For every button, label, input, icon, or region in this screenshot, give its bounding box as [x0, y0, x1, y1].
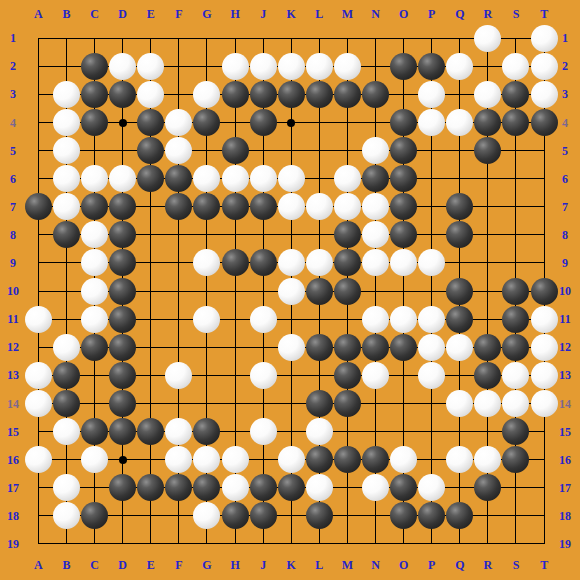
intersection-H3[interactable] [221, 80, 249, 108]
intersection-N14[interactable] [361, 389, 389, 417]
intersection-A6[interactable] [24, 165, 52, 193]
intersection-E12[interactable] [137, 333, 165, 361]
intersection-N4[interactable] [361, 108, 389, 136]
intersection-P11[interactable] [418, 305, 446, 333]
intersection-R11[interactable] [474, 305, 502, 333]
intersection-D15[interactable] [109, 418, 137, 446]
intersection-P8[interactable] [418, 221, 446, 249]
intersection-J18[interactable] [249, 502, 277, 530]
intersection-A15[interactable] [24, 418, 52, 446]
intersection-C8[interactable] [80, 221, 108, 249]
intersection-M12[interactable] [333, 333, 361, 361]
intersection-G13[interactable] [193, 361, 221, 389]
intersection-O13[interactable] [390, 361, 418, 389]
intersection-J8[interactable] [249, 221, 277, 249]
intersection-D14[interactable] [109, 389, 137, 417]
intersection-A17[interactable] [24, 474, 52, 502]
intersection-H14[interactable] [221, 389, 249, 417]
intersection-L17[interactable] [305, 474, 333, 502]
intersection-K6[interactable] [277, 165, 305, 193]
intersection-J17[interactable] [249, 474, 277, 502]
intersection-L3[interactable] [305, 80, 333, 108]
intersection-S17[interactable] [502, 474, 530, 502]
intersection-H7[interactable] [221, 193, 249, 221]
intersection-C16[interactable] [80, 446, 108, 474]
intersection-K5[interactable] [277, 137, 305, 165]
intersection-E4[interactable] [137, 108, 165, 136]
intersection-R4[interactable] [474, 108, 502, 136]
intersection-R10[interactable] [474, 277, 502, 305]
intersection-D3[interactable] [109, 80, 137, 108]
intersection-T2[interactable] [530, 52, 558, 80]
intersection-Q18[interactable] [446, 502, 474, 530]
intersection-G18[interactable] [193, 502, 221, 530]
intersection-N18[interactable] [361, 502, 389, 530]
intersection-M11[interactable] [333, 305, 361, 333]
intersection-O16[interactable] [390, 446, 418, 474]
intersection-O11[interactable] [390, 305, 418, 333]
intersection-D16[interactable] [109, 446, 137, 474]
intersection-G19[interactable] [193, 530, 221, 558]
intersection-J10[interactable] [249, 277, 277, 305]
intersection-Q15[interactable] [446, 418, 474, 446]
intersection-O17[interactable] [390, 474, 418, 502]
intersection-S10[interactable] [502, 277, 530, 305]
intersection-Q6[interactable] [446, 165, 474, 193]
intersection-K1[interactable] [277, 24, 305, 52]
intersection-A4[interactable] [24, 108, 52, 136]
intersection-D7[interactable] [109, 193, 137, 221]
intersection-B19[interactable] [52, 530, 80, 558]
intersection-B7[interactable] [52, 193, 80, 221]
intersection-F9[interactable] [165, 249, 193, 277]
intersection-E13[interactable] [137, 361, 165, 389]
intersection-M2[interactable] [333, 52, 361, 80]
intersection-M18[interactable] [333, 502, 361, 530]
intersection-A1[interactable] [24, 24, 52, 52]
intersection-K15[interactable] [277, 418, 305, 446]
intersection-E6[interactable] [137, 165, 165, 193]
intersection-E17[interactable] [137, 474, 165, 502]
intersection-L15[interactable] [305, 418, 333, 446]
intersection-N1[interactable] [361, 24, 389, 52]
intersection-R8[interactable] [474, 221, 502, 249]
intersection-H15[interactable] [221, 418, 249, 446]
intersection-O7[interactable] [390, 193, 418, 221]
intersection-O15[interactable] [390, 418, 418, 446]
intersection-G12[interactable] [193, 333, 221, 361]
intersection-E1[interactable] [137, 24, 165, 52]
intersection-B18[interactable] [52, 502, 80, 530]
intersection-A8[interactable] [24, 221, 52, 249]
intersection-A14[interactable] [24, 389, 52, 417]
intersection-F19[interactable] [165, 530, 193, 558]
intersection-L5[interactable] [305, 137, 333, 165]
intersection-S13[interactable] [502, 361, 530, 389]
intersection-L2[interactable] [305, 52, 333, 80]
intersection-R16[interactable] [474, 446, 502, 474]
intersection-G10[interactable] [193, 277, 221, 305]
intersection-H11[interactable] [221, 305, 249, 333]
intersection-P18[interactable] [418, 502, 446, 530]
intersection-C12[interactable] [80, 333, 108, 361]
intersection-S3[interactable] [502, 80, 530, 108]
intersection-T12[interactable] [530, 333, 558, 361]
intersection-N9[interactable] [361, 249, 389, 277]
intersection-S18[interactable] [502, 502, 530, 530]
intersection-P14[interactable] [418, 389, 446, 417]
intersection-R13[interactable] [474, 361, 502, 389]
intersection-C3[interactable] [80, 80, 108, 108]
intersection-E8[interactable] [137, 221, 165, 249]
intersection-Q11[interactable] [446, 305, 474, 333]
intersection-Q5[interactable] [446, 137, 474, 165]
go-board[interactable] [24, 24, 558, 558]
intersection-P5[interactable] [418, 137, 446, 165]
intersection-R2[interactable] [474, 52, 502, 80]
intersection-J14[interactable] [249, 389, 277, 417]
intersection-G6[interactable] [193, 165, 221, 193]
intersection-R17[interactable] [474, 474, 502, 502]
intersection-H17[interactable] [221, 474, 249, 502]
intersection-R19[interactable] [474, 530, 502, 558]
intersection-S8[interactable] [502, 221, 530, 249]
intersection-L19[interactable] [305, 530, 333, 558]
intersection-D10[interactable] [109, 277, 137, 305]
intersection-R15[interactable] [474, 418, 502, 446]
intersection-O12[interactable] [390, 333, 418, 361]
intersection-H4[interactable] [221, 108, 249, 136]
intersection-A11[interactable] [24, 305, 52, 333]
intersection-J3[interactable] [249, 80, 277, 108]
intersection-S1[interactable] [502, 24, 530, 52]
intersection-B1[interactable] [52, 24, 80, 52]
intersection-A3[interactable] [24, 80, 52, 108]
intersection-O10[interactable] [390, 277, 418, 305]
intersection-Q19[interactable] [446, 530, 474, 558]
intersection-G1[interactable] [193, 24, 221, 52]
intersection-F6[interactable] [165, 165, 193, 193]
intersection-D9[interactable] [109, 249, 137, 277]
intersection-L10[interactable] [305, 277, 333, 305]
intersection-J13[interactable] [249, 361, 277, 389]
intersection-T10[interactable] [530, 277, 558, 305]
intersection-B17[interactable] [52, 474, 80, 502]
intersection-H9[interactable] [221, 249, 249, 277]
intersection-J1[interactable] [249, 24, 277, 52]
intersection-G8[interactable] [193, 221, 221, 249]
intersection-R7[interactable] [474, 193, 502, 221]
intersection-K9[interactable] [277, 249, 305, 277]
intersection-D19[interactable] [109, 530, 137, 558]
intersection-P12[interactable] [418, 333, 446, 361]
intersection-K11[interactable] [277, 305, 305, 333]
intersection-F16[interactable] [165, 446, 193, 474]
intersection-L12[interactable] [305, 333, 333, 361]
intersection-K8[interactable] [277, 221, 305, 249]
intersection-L1[interactable] [305, 24, 333, 52]
intersection-M19[interactable] [333, 530, 361, 558]
intersection-E7[interactable] [137, 193, 165, 221]
intersection-N2[interactable] [361, 52, 389, 80]
intersection-Q13[interactable] [446, 361, 474, 389]
intersection-L11[interactable] [305, 305, 333, 333]
intersection-P9[interactable] [418, 249, 446, 277]
intersection-R9[interactable] [474, 249, 502, 277]
intersection-L18[interactable] [305, 502, 333, 530]
intersection-C6[interactable] [80, 165, 108, 193]
intersection-F12[interactable] [165, 333, 193, 361]
intersection-Q2[interactable] [446, 52, 474, 80]
intersection-F11[interactable] [165, 305, 193, 333]
intersection-K2[interactable] [277, 52, 305, 80]
intersection-E15[interactable] [137, 418, 165, 446]
intersection-H2[interactable] [221, 52, 249, 80]
intersection-D4[interactable] [109, 108, 137, 136]
intersection-B6[interactable] [52, 165, 80, 193]
intersection-D6[interactable] [109, 165, 137, 193]
intersection-C19[interactable] [80, 530, 108, 558]
intersection-E10[interactable] [137, 277, 165, 305]
intersection-P7[interactable] [418, 193, 446, 221]
intersection-D12[interactable] [109, 333, 137, 361]
intersection-S19[interactable] [502, 530, 530, 558]
intersection-A2[interactable] [24, 52, 52, 80]
intersection-E19[interactable] [137, 530, 165, 558]
intersection-E2[interactable] [137, 52, 165, 80]
intersection-S7[interactable] [502, 193, 530, 221]
intersection-C2[interactable] [80, 52, 108, 80]
intersection-G14[interactable] [193, 389, 221, 417]
intersection-A10[interactable] [24, 277, 52, 305]
intersection-S11[interactable] [502, 305, 530, 333]
intersection-N5[interactable] [361, 137, 389, 165]
intersection-E14[interactable] [137, 389, 165, 417]
intersection-F5[interactable] [165, 137, 193, 165]
intersection-N11[interactable] [361, 305, 389, 333]
intersection-S14[interactable] [502, 389, 530, 417]
intersection-P3[interactable] [418, 80, 446, 108]
intersection-K10[interactable] [277, 277, 305, 305]
intersection-Q9[interactable] [446, 249, 474, 277]
intersection-M9[interactable] [333, 249, 361, 277]
intersection-S9[interactable] [502, 249, 530, 277]
intersection-G4[interactable] [193, 108, 221, 136]
intersection-M5[interactable] [333, 137, 361, 165]
intersection-O18[interactable] [390, 502, 418, 530]
intersection-J7[interactable] [249, 193, 277, 221]
intersection-O3[interactable] [390, 80, 418, 108]
intersection-P6[interactable] [418, 165, 446, 193]
intersection-G7[interactable] [193, 193, 221, 221]
intersection-N16[interactable] [361, 446, 389, 474]
intersection-E3[interactable] [137, 80, 165, 108]
intersection-L9[interactable] [305, 249, 333, 277]
intersection-F14[interactable] [165, 389, 193, 417]
intersection-K16[interactable] [277, 446, 305, 474]
intersection-G3[interactable] [193, 80, 221, 108]
intersection-D11[interactable] [109, 305, 137, 333]
intersection-L14[interactable] [305, 389, 333, 417]
intersection-A5[interactable] [24, 137, 52, 165]
intersection-J4[interactable] [249, 108, 277, 136]
intersection-Q16[interactable] [446, 446, 474, 474]
intersection-C11[interactable] [80, 305, 108, 333]
intersection-D13[interactable] [109, 361, 137, 389]
intersection-T11[interactable] [530, 305, 558, 333]
intersection-L13[interactable] [305, 361, 333, 389]
intersection-K14[interactable] [277, 389, 305, 417]
intersection-B5[interactable] [52, 137, 80, 165]
intersection-F1[interactable] [165, 24, 193, 52]
intersection-C4[interactable] [80, 108, 108, 136]
intersection-A12[interactable] [24, 333, 52, 361]
intersection-C9[interactable] [80, 249, 108, 277]
intersection-S5[interactable] [502, 137, 530, 165]
intersection-M3[interactable] [333, 80, 361, 108]
intersection-K17[interactable] [277, 474, 305, 502]
intersection-M1[interactable] [333, 24, 361, 52]
intersection-C1[interactable] [80, 24, 108, 52]
intersection-B3[interactable] [52, 80, 80, 108]
intersection-G9[interactable] [193, 249, 221, 277]
intersection-A16[interactable] [24, 446, 52, 474]
intersection-H16[interactable] [221, 446, 249, 474]
intersection-E5[interactable] [137, 137, 165, 165]
intersection-C14[interactable] [80, 389, 108, 417]
intersection-M10[interactable] [333, 277, 361, 305]
intersection-B11[interactable] [52, 305, 80, 333]
intersection-K19[interactable] [277, 530, 305, 558]
intersection-D5[interactable] [109, 137, 137, 165]
intersection-H10[interactable] [221, 277, 249, 305]
intersection-H5[interactable] [221, 137, 249, 165]
intersection-M15[interactable] [333, 418, 361, 446]
intersection-O2[interactable] [390, 52, 418, 80]
intersection-C5[interactable] [80, 137, 108, 165]
intersection-B14[interactable] [52, 389, 80, 417]
intersection-M8[interactable] [333, 221, 361, 249]
intersection-L8[interactable] [305, 221, 333, 249]
intersection-R14[interactable] [474, 389, 502, 417]
intersection-C18[interactable] [80, 502, 108, 530]
intersection-F13[interactable] [165, 361, 193, 389]
intersection-B9[interactable] [52, 249, 80, 277]
intersection-O4[interactable] [390, 108, 418, 136]
intersection-K4[interactable] [277, 108, 305, 136]
intersection-N17[interactable] [361, 474, 389, 502]
intersection-C7[interactable] [80, 193, 108, 221]
intersection-K3[interactable] [277, 80, 305, 108]
intersection-S15[interactable] [502, 418, 530, 446]
intersection-N8[interactable] [361, 221, 389, 249]
intersection-O9[interactable] [390, 249, 418, 277]
intersection-K7[interactable] [277, 193, 305, 221]
intersection-H13[interactable] [221, 361, 249, 389]
intersection-T1[interactable] [530, 24, 558, 52]
intersection-N7[interactable] [361, 193, 389, 221]
intersection-M6[interactable] [333, 165, 361, 193]
intersection-N6[interactable] [361, 165, 389, 193]
intersection-Q7[interactable] [446, 193, 474, 221]
intersection-G11[interactable] [193, 305, 221, 333]
intersection-B12[interactable] [52, 333, 80, 361]
intersection-C15[interactable] [80, 418, 108, 446]
intersection-C13[interactable] [80, 361, 108, 389]
intersection-A18[interactable] [24, 502, 52, 530]
intersection-N12[interactable] [361, 333, 389, 361]
intersection-Q4[interactable] [446, 108, 474, 136]
intersection-K18[interactable] [277, 502, 305, 530]
intersection-B15[interactable] [52, 418, 80, 446]
intersection-L6[interactable] [305, 165, 333, 193]
intersection-E18[interactable] [137, 502, 165, 530]
intersection-F4[interactable] [165, 108, 193, 136]
intersection-F18[interactable] [165, 502, 193, 530]
intersection-K13[interactable] [277, 361, 305, 389]
intersection-H12[interactable] [221, 333, 249, 361]
intersection-L16[interactable] [305, 446, 333, 474]
intersection-P2[interactable] [418, 52, 446, 80]
intersection-F3[interactable] [165, 80, 193, 108]
intersection-M16[interactable] [333, 446, 361, 474]
intersection-H6[interactable] [221, 165, 249, 193]
intersection-P4[interactable] [418, 108, 446, 136]
intersection-S4[interactable] [502, 108, 530, 136]
intersection-R1[interactable] [474, 24, 502, 52]
intersection-H19[interactable] [221, 530, 249, 558]
intersection-Q14[interactable] [446, 389, 474, 417]
intersection-J6[interactable] [249, 165, 277, 193]
intersection-F10[interactable] [165, 277, 193, 305]
intersection-R12[interactable] [474, 333, 502, 361]
intersection-G2[interactable] [193, 52, 221, 80]
intersection-F2[interactable] [165, 52, 193, 80]
intersection-J16[interactable] [249, 446, 277, 474]
intersection-O5[interactable] [390, 137, 418, 165]
intersection-G17[interactable] [193, 474, 221, 502]
intersection-S6[interactable] [502, 165, 530, 193]
intersection-O14[interactable] [390, 389, 418, 417]
intersection-G16[interactable] [193, 446, 221, 474]
intersection-P10[interactable] [418, 277, 446, 305]
intersection-M17[interactable] [333, 474, 361, 502]
intersection-D17[interactable] [109, 474, 137, 502]
intersection-L4[interactable] [305, 108, 333, 136]
intersection-F17[interactable] [165, 474, 193, 502]
intersection-M4[interactable] [333, 108, 361, 136]
intersection-A19[interactable] [24, 530, 52, 558]
intersection-P17[interactable] [418, 474, 446, 502]
intersection-Q12[interactable] [446, 333, 474, 361]
intersection-O1[interactable] [390, 24, 418, 52]
intersection-O8[interactable] [390, 221, 418, 249]
intersection-O6[interactable] [390, 165, 418, 193]
intersection-O19[interactable] [390, 530, 418, 558]
intersection-B16[interactable] [52, 446, 80, 474]
intersection-E16[interactable] [137, 446, 165, 474]
intersection-J11[interactable] [249, 305, 277, 333]
intersection-P13[interactable] [418, 361, 446, 389]
intersection-R6[interactable] [474, 165, 502, 193]
intersection-B4[interactable] [52, 108, 80, 136]
intersection-N3[interactable] [361, 80, 389, 108]
intersection-A7[interactable] [24, 193, 52, 221]
intersection-B8[interactable] [52, 221, 80, 249]
intersection-Q17[interactable] [446, 474, 474, 502]
intersection-E9[interactable] [137, 249, 165, 277]
intersection-T13[interactable] [530, 361, 558, 389]
